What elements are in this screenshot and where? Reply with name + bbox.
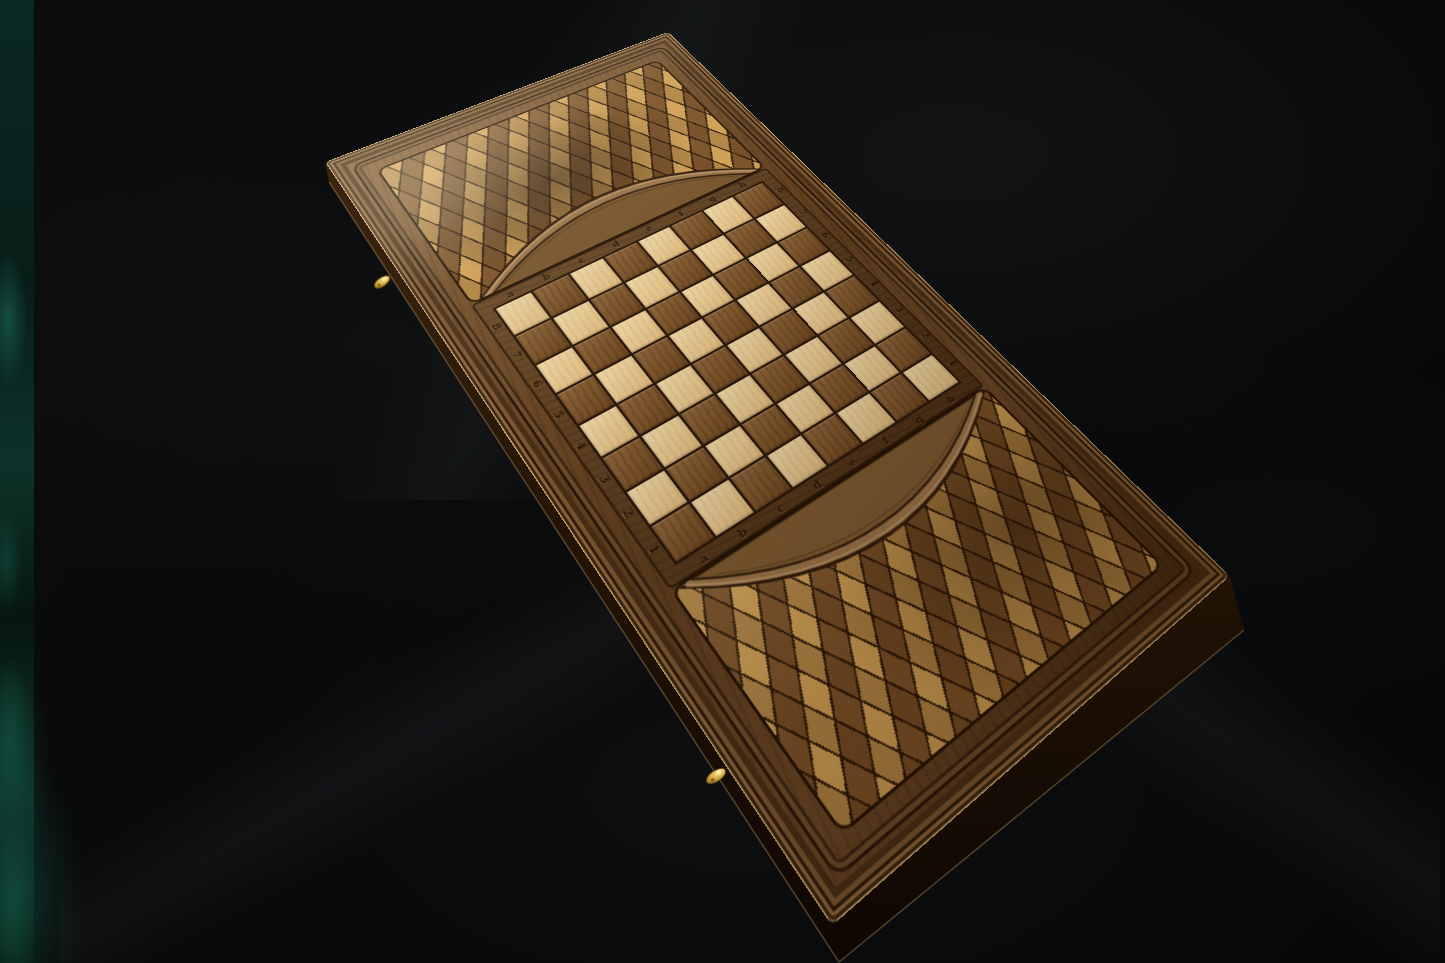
file-label-bottom-f: f bbox=[880, 435, 892, 446]
file-label-bottom-c: c bbox=[773, 501, 787, 515]
brass-clasp bbox=[372, 273, 392, 291]
rank-label-right-8: 8 bbox=[774, 186, 787, 194]
rank-label-left-6: 6 bbox=[529, 379, 544, 390]
rank-label-left-8: 8 bbox=[489, 322, 504, 332]
rank-label-left-4: 4 bbox=[572, 440, 588, 452]
rank-label-left-2: 2 bbox=[619, 507, 635, 521]
file-label-bottom-e: e bbox=[845, 456, 859, 469]
file-label-top-f: f bbox=[676, 209, 686, 217]
photo-stage: 88aa77bb66cc55dd44ee33ff22gg11hh bbox=[0, 0, 1445, 963]
rank-label-right-7: 7 bbox=[796, 208, 809, 216]
rank-label-left-1: 1 bbox=[645, 543, 662, 557]
rank-label-left-3: 3 bbox=[595, 473, 611, 486]
rank-label-left-5: 5 bbox=[550, 409, 566, 421]
rank-label-left-7: 7 bbox=[508, 350, 523, 361]
